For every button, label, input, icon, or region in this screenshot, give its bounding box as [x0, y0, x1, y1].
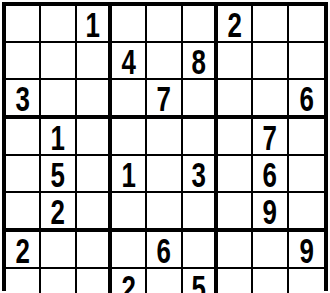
cell-r7c4[interactable]	[112, 232, 147, 269]
cell-r6c2[interactable]: 2	[41, 193, 76, 232]
cell-digit: 2	[51, 194, 65, 229]
cell-r1c9[interactable]	[289, 6, 324, 43]
cell-r4c6[interactable]	[183, 119, 218, 156]
cell-digit: 1	[85, 7, 99, 42]
cell-digit: 2	[15, 233, 29, 268]
cell-r7c7[interactable]	[218, 232, 253, 269]
cell-digit: 4	[121, 44, 135, 79]
cell-r8c3[interactable]	[77, 269, 112, 293]
cell-digit: 6	[157, 233, 171, 268]
cell-r3c7[interactable]	[218, 80, 253, 119]
cell-r6c9[interactable]	[289, 193, 324, 232]
cell-digit: 9	[263, 194, 277, 229]
cell-r6c7[interactable]	[218, 193, 253, 232]
cell-digit: 9	[299, 233, 313, 268]
cell-r2c2[interactable]	[41, 43, 76, 80]
cell-digit: 7	[263, 120, 277, 155]
cell-r3c6[interactable]	[183, 80, 218, 119]
cell-r7c8[interactable]	[253, 232, 288, 269]
cell-r4c4[interactable]	[112, 119, 147, 156]
sudoku-board: 1248376175136292692573	[2, 2, 328, 291]
cell-r3c1[interactable]: 3	[6, 80, 41, 119]
cell-digit: 3	[191, 157, 205, 192]
cell-digit: 3	[15, 81, 29, 116]
cell-r2c3[interactable]	[77, 43, 112, 80]
cell-r4c3[interactable]	[77, 119, 112, 156]
cell-r5c1[interactable]	[6, 156, 41, 193]
cell-r2c4[interactable]: 4	[112, 43, 147, 80]
cell-r6c6[interactable]	[183, 193, 218, 232]
cell-r8c5[interactable]	[147, 269, 182, 293]
cell-r8c9[interactable]	[289, 269, 324, 293]
cell-r7c9[interactable]: 9	[289, 232, 324, 269]
cell-r6c1[interactable]	[6, 193, 41, 232]
cell-r8c6[interactable]: 5	[183, 269, 218, 293]
cell-r1c6[interactable]	[183, 6, 218, 43]
cell-r8c7[interactable]	[218, 269, 253, 293]
cell-r2c9[interactable]	[289, 43, 324, 80]
cell-r6c4[interactable]	[112, 193, 147, 232]
cell-r7c3[interactable]	[77, 232, 112, 269]
cell-r7c5[interactable]: 6	[147, 232, 182, 269]
cell-r8c1[interactable]	[6, 269, 41, 293]
cell-r8c8[interactable]	[253, 269, 288, 293]
cell-r4c8[interactable]: 7	[253, 119, 288, 156]
cell-r5c4[interactable]: 1	[112, 156, 147, 193]
cell-r3c5[interactable]: 7	[147, 80, 182, 119]
cell-digit: 5	[191, 270, 205, 293]
cell-r1c1[interactable]	[6, 6, 41, 43]
cell-digit: 1	[51, 120, 65, 155]
cell-digit: 1	[121, 157, 135, 192]
cell-r7c6[interactable]	[183, 232, 218, 269]
cell-r5c3[interactable]	[77, 156, 112, 193]
cell-digit: 2	[121, 270, 135, 293]
cell-r4c7[interactable]	[218, 119, 253, 156]
cell-r5c6[interactable]: 3	[183, 156, 218, 193]
cell-r2c8[interactable]	[253, 43, 288, 80]
cell-digit: 5	[51, 157, 65, 192]
cell-r5c8[interactable]: 6	[253, 156, 288, 193]
cell-r3c8[interactable]	[253, 80, 288, 119]
cell-r4c2[interactable]: 1	[41, 119, 76, 156]
cell-r1c3[interactable]: 1	[77, 6, 112, 43]
cell-r1c2[interactable]	[41, 6, 76, 43]
cell-digit: 6	[263, 157, 277, 192]
cell-r5c9[interactable]	[289, 156, 324, 193]
cell-r2c6[interactable]: 8	[183, 43, 218, 80]
cell-r7c1[interactable]: 2	[6, 232, 41, 269]
cell-r1c8[interactable]	[253, 6, 288, 43]
cell-r5c7[interactable]	[218, 156, 253, 193]
cell-digit: 7	[157, 81, 171, 116]
cell-digit: 2	[227, 7, 241, 42]
cell-r4c5[interactable]	[147, 119, 182, 156]
cell-r1c5[interactable]	[147, 6, 182, 43]
cell-r3c2[interactable]	[41, 80, 76, 119]
cell-r6c3[interactable]	[77, 193, 112, 232]
cell-digit: 8	[191, 44, 205, 79]
cell-r2c5[interactable]	[147, 43, 182, 80]
cell-r5c5[interactable]	[147, 156, 182, 193]
cell-r3c9[interactable]: 6	[289, 80, 324, 119]
cell-r6c8[interactable]: 9	[253, 193, 288, 232]
cell-r8c4[interactable]: 2	[112, 269, 147, 293]
cell-r1c4[interactable]	[112, 6, 147, 43]
cell-r2c1[interactable]	[6, 43, 41, 80]
cell-digit: 6	[299, 81, 313, 116]
cell-r8c2[interactable]	[41, 269, 76, 293]
cell-r3c3[interactable]	[77, 80, 112, 119]
cell-r4c1[interactable]	[6, 119, 41, 156]
cell-r6c5[interactable]	[147, 193, 182, 232]
cell-r7c2[interactable]	[41, 232, 76, 269]
cell-r4c9[interactable]	[289, 119, 324, 156]
cell-r5c2[interactable]: 5	[41, 156, 76, 193]
cell-r3c4[interactable]	[112, 80, 147, 119]
cell-r2c7[interactable]	[218, 43, 253, 80]
cell-r1c7[interactable]: 2	[218, 6, 253, 43]
